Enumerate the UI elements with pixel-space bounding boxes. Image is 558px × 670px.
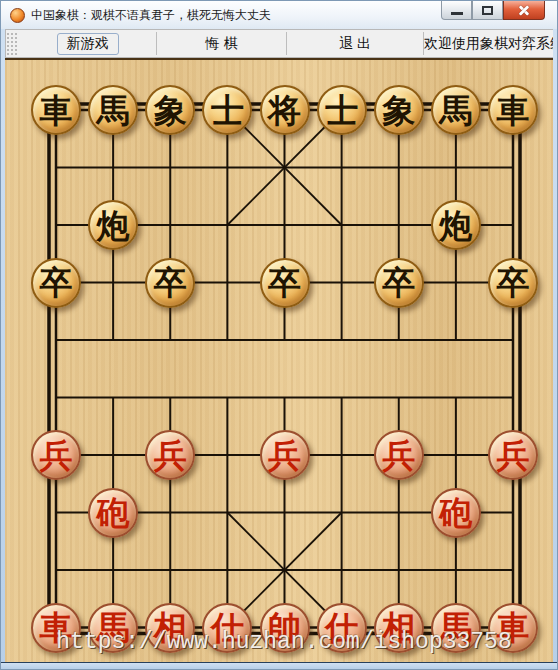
intersection-r0c0[interactable]: 車 bbox=[27, 81, 84, 139]
intersection-r6c6[interactable]: 兵 bbox=[370, 426, 427, 484]
piece-red-r9c5[interactable]: 仕 bbox=[317, 603, 367, 653]
window-controls bbox=[441, 1, 545, 20]
intersection-r3c5[interactable] bbox=[313, 254, 370, 312]
piece-black-r3c2[interactable]: 卒 bbox=[145, 258, 195, 308]
minimize-button[interactable] bbox=[441, 1, 472, 20]
intersection-r5c4[interactable] bbox=[256, 369, 313, 427]
intersection-r1c2[interactable] bbox=[142, 139, 199, 197]
piece-red-r7c7[interactable]: 砲 bbox=[431, 488, 481, 538]
intersection-r5c5[interactable] bbox=[313, 369, 370, 427]
intersection-r4c4[interactable] bbox=[256, 311, 313, 369]
intersection-r4c1[interactable] bbox=[85, 311, 142, 369]
intersection-r8c8[interactable] bbox=[484, 541, 541, 599]
intersection-r4c0[interactable] bbox=[27, 311, 84, 369]
piece-red-r6c0[interactable]: 兵 bbox=[31, 430, 81, 480]
app-window: 中国象棋：观棋不语真君子，棋死无悔大丈夫 新游戏 悔 棋 退 出 欢迎使用象棋对… bbox=[0, 0, 558, 670]
intersection-r4c2[interactable] bbox=[142, 311, 199, 369]
intersection-r7c2[interactable] bbox=[142, 484, 199, 542]
board-grid: 車馬象士将士象馬車炮炮卒卒卒卒卒兵兵兵兵兵砲砲車馬相仕帥仕相馬車 bbox=[27, 81, 541, 656]
intersection-r5c6[interactable] bbox=[370, 369, 427, 427]
new-game-label: 新游戏 bbox=[57, 33, 119, 55]
piece-black-r0c6[interactable]: 象 bbox=[374, 85, 424, 135]
intersection-r8c5[interactable] bbox=[313, 541, 370, 599]
intersection-r8c3[interactable] bbox=[199, 541, 256, 599]
intersection-r9c5[interactable]: 仕 bbox=[313, 599, 370, 657]
intersection-r1c4[interactable] bbox=[256, 139, 313, 197]
intersection-r2c1[interactable]: 炮 bbox=[85, 196, 142, 254]
intersection-r8c1[interactable] bbox=[85, 541, 142, 599]
maximize-icon bbox=[482, 6, 493, 15]
piece-red-r9c0[interactable]: 車 bbox=[31, 603, 81, 653]
intersection-r3c2[interactable]: 卒 bbox=[142, 254, 199, 312]
toolbar-gripper[interactable] bbox=[6, 32, 19, 55]
intersection-r2c0[interactable] bbox=[27, 196, 84, 254]
intersection-r6c2[interactable]: 兵 bbox=[142, 426, 199, 484]
piece-black-r0c1[interactable]: 馬 bbox=[88, 85, 138, 135]
piece-black-r0c4[interactable]: 将 bbox=[260, 85, 310, 135]
intersection-r3c4[interactable]: 卒 bbox=[256, 254, 313, 312]
intersection-r0c7[interactable]: 馬 bbox=[427, 81, 484, 139]
intersection-r6c5[interactable] bbox=[313, 426, 370, 484]
intersection-r0c6[interactable]: 象 bbox=[370, 81, 427, 139]
intersection-r7c4[interactable] bbox=[256, 484, 313, 542]
intersection-r1c3[interactable] bbox=[199, 139, 256, 197]
intersection-r8c4[interactable] bbox=[256, 541, 313, 599]
intersection-r7c3[interactable] bbox=[199, 484, 256, 542]
intersection-r4c7[interactable] bbox=[427, 311, 484, 369]
piece-black-r3c8[interactable]: 卒 bbox=[488, 258, 538, 308]
intersection-r1c6[interactable] bbox=[370, 139, 427, 197]
intersection-r2c3[interactable] bbox=[199, 196, 256, 254]
intersection-r7c6[interactable] bbox=[370, 484, 427, 542]
piece-red-r9c6[interactable]: 相 bbox=[374, 603, 424, 653]
intersection-r7c0[interactable] bbox=[27, 484, 84, 542]
xiangqi-board: 車馬象士将士象馬車炮炮卒卒卒卒卒兵兵兵兵兵砲砲車馬相仕帥仕相馬車 https:/… bbox=[5, 58, 555, 664]
intersection-r1c0[interactable] bbox=[27, 139, 84, 197]
intersection-r8c0[interactable] bbox=[27, 541, 84, 599]
intersection-r6c0[interactable]: 兵 bbox=[27, 426, 84, 484]
intersection-r0c1[interactable]: 馬 bbox=[85, 81, 142, 139]
intersection-r2c6[interactable] bbox=[370, 196, 427, 254]
intersection-r3c6[interactable]: 卒 bbox=[370, 254, 427, 312]
intersection-r9c0[interactable]: 車 bbox=[27, 599, 84, 657]
intersection-r0c8[interactable]: 車 bbox=[484, 81, 541, 139]
intersection-r6c7[interactable] bbox=[427, 426, 484, 484]
piece-red-r9c1[interactable]: 馬 bbox=[88, 603, 138, 653]
intersection-r2c7[interactable]: 炮 bbox=[427, 196, 484, 254]
piece-black-r0c7[interactable]: 馬 bbox=[431, 85, 481, 135]
intersection-r4c8[interactable] bbox=[484, 311, 541, 369]
intersection-r9c6[interactable]: 相 bbox=[370, 599, 427, 657]
piece-red-r6c2[interactable]: 兵 bbox=[145, 430, 195, 480]
intersection-r9c2[interactable]: 相 bbox=[142, 599, 199, 657]
intersection-r5c1[interactable] bbox=[85, 369, 142, 427]
piece-red-r6c8[interactable]: 兵 bbox=[488, 430, 538, 480]
intersection-r0c2[interactable]: 象 bbox=[142, 81, 199, 139]
intersection-r8c6[interactable] bbox=[370, 541, 427, 599]
piece-black-r0c0[interactable]: 車 bbox=[31, 85, 81, 135]
piece-black-r3c6[interactable]: 卒 bbox=[374, 258, 424, 308]
intersection-r4c6[interactable] bbox=[370, 311, 427, 369]
piece-black-r3c4[interactable]: 卒 bbox=[260, 258, 310, 308]
intersection-r4c3[interactable] bbox=[199, 311, 256, 369]
undo-move-button[interactable]: 悔 棋 bbox=[157, 30, 286, 57]
intersection-r3c8[interactable]: 卒 bbox=[484, 254, 541, 312]
intersection-r7c8[interactable] bbox=[484, 484, 541, 542]
piece-black-r0c2[interactable]: 象 bbox=[145, 85, 195, 135]
intersection-r0c5[interactable]: 士 bbox=[313, 81, 370, 139]
intersection-r9c4[interactable]: 帥 bbox=[256, 599, 313, 657]
window-border-left bbox=[1, 29, 5, 670]
intersection-r9c1[interactable]: 馬 bbox=[85, 599, 142, 657]
intersection-r2c8[interactable] bbox=[484, 196, 541, 254]
intersection-r3c1[interactable] bbox=[85, 254, 142, 312]
intersection-r5c2[interactable] bbox=[142, 369, 199, 427]
intersection-r6c1[interactable] bbox=[85, 426, 142, 484]
intersection-r9c7[interactable]: 馬 bbox=[427, 599, 484, 657]
new-game-button[interactable]: 新游戏 bbox=[19, 30, 156, 57]
piece-black-r0c3[interactable]: 士 bbox=[202, 85, 252, 135]
intersection-r6c4[interactable]: 兵 bbox=[256, 426, 313, 484]
intersection-r5c0[interactable] bbox=[27, 369, 84, 427]
maximize-button[interactable] bbox=[472, 1, 503, 20]
intersection-r7c5[interactable] bbox=[313, 484, 370, 542]
intersection-r0c3[interactable]: 士 bbox=[199, 81, 256, 139]
intersection-r5c8[interactable] bbox=[484, 369, 541, 427]
window-border-bottom bbox=[1, 662, 558, 669]
piece-black-r0c8[interactable]: 車 bbox=[488, 85, 538, 135]
piece-red-r9c8[interactable]: 車 bbox=[488, 603, 538, 653]
intersection-r2c2[interactable] bbox=[142, 196, 199, 254]
window-border-right bbox=[553, 29, 557, 670]
intersection-r5c3[interactable] bbox=[199, 369, 256, 427]
intersection-r8c2[interactable] bbox=[142, 541, 199, 599]
intersection-r3c0[interactable]: 卒 bbox=[27, 254, 84, 312]
app-icon bbox=[10, 8, 25, 23]
intersection-r7c7[interactable]: 砲 bbox=[427, 484, 484, 542]
window-title: 中国象棋：观棋不语真君子，棋死无悔大丈夫 bbox=[31, 7, 271, 24]
intersection-r0c4[interactable]: 将 bbox=[256, 81, 313, 139]
intersection-r1c8[interactable] bbox=[484, 139, 541, 197]
intersection-r3c7[interactable] bbox=[427, 254, 484, 312]
welcome-status-label: 欢迎使用象棋对弈系统 bbox=[424, 30, 558, 57]
piece-red-r6c6[interactable]: 兵 bbox=[374, 430, 424, 480]
intersection-r1c7[interactable] bbox=[427, 139, 484, 197]
piece-black-r0c5[interactable]: 士 bbox=[317, 85, 367, 135]
minimize-icon bbox=[451, 12, 463, 15]
piece-red-r9c7[interactable]: 馬 bbox=[431, 603, 481, 653]
intersection-r8c7[interactable] bbox=[427, 541, 484, 599]
close-icon bbox=[517, 3, 531, 17]
intersection-r6c8[interactable]: 兵 bbox=[484, 426, 541, 484]
intersection-r5c7[interactable] bbox=[427, 369, 484, 427]
intersection-r1c1[interactable] bbox=[85, 139, 142, 197]
intersection-r9c8[interactable]: 車 bbox=[484, 599, 541, 657]
exit-button[interactable]: 退 出 bbox=[287, 30, 423, 57]
piece-black-r3c0[interactable]: 卒 bbox=[31, 258, 81, 308]
piece-black-r2c1[interactable]: 炮 bbox=[88, 200, 138, 250]
toolbar: 新游戏 悔 棋 退 出 欢迎使用象棋对弈系统 bbox=[5, 29, 555, 58]
intersection-r4c5[interactable] bbox=[313, 311, 370, 369]
piece-red-r7c1[interactable]: 砲 bbox=[88, 488, 138, 538]
intersection-r6c3[interactable] bbox=[199, 426, 256, 484]
piece-red-r9c4[interactable]: 帥 bbox=[260, 603, 310, 653]
intersection-r1c5[interactable] bbox=[313, 139, 370, 197]
piece-black-r2c7[interactable]: 炮 bbox=[431, 200, 481, 250]
intersection-r7c1[interactable]: 砲 bbox=[85, 484, 142, 542]
piece-red-r9c3[interactable]: 仕 bbox=[202, 603, 252, 653]
intersection-r9c3[interactable]: 仕 bbox=[199, 599, 256, 657]
close-button[interactable] bbox=[503, 1, 545, 20]
intersection-r2c4[interactable] bbox=[256, 196, 313, 254]
intersection-r3c3[interactable] bbox=[199, 254, 256, 312]
piece-red-r9c2[interactable]: 相 bbox=[145, 603, 195, 653]
piece-red-r6c4[interactable]: 兵 bbox=[260, 430, 310, 480]
intersection-r2c5[interactable] bbox=[313, 196, 370, 254]
